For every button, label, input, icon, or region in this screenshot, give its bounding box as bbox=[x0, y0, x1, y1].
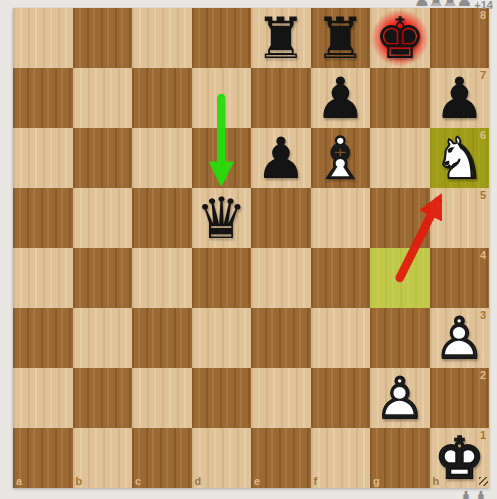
material-advantage: +14 bbox=[474, 0, 493, 11]
rank-label: 7 bbox=[480, 69, 486, 81]
king-icon: ♚ bbox=[370, 8, 430, 68]
pawn-icon: ♙ bbox=[370, 368, 430, 428]
pawn-icon: ♟ bbox=[311, 68, 371, 128]
square-b2[interactable] bbox=[73, 368, 133, 428]
square-h5[interactable]: 5 bbox=[430, 188, 490, 248]
black-queen[interactable]: ♛ bbox=[192, 188, 252, 248]
square-g3[interactable] bbox=[370, 308, 430, 368]
square-e4[interactable] bbox=[251, 248, 311, 308]
square-a7[interactable] bbox=[13, 68, 73, 128]
square-b3[interactable] bbox=[73, 308, 133, 368]
square-b8[interactable] bbox=[73, 8, 133, 68]
file-label: a bbox=[16, 475, 22, 487]
square-a1[interactable]: a bbox=[13, 428, 73, 488]
file-label: e bbox=[254, 475, 260, 487]
file-label: g bbox=[373, 475, 380, 487]
square-h7[interactable]: ♟7 bbox=[430, 68, 490, 128]
pawn-icon: ♟ bbox=[251, 128, 311, 188]
last-move-highlight bbox=[370, 248, 430, 308]
square-f5[interactable] bbox=[311, 188, 371, 248]
rank-label: 3 bbox=[480, 309, 486, 321]
square-d5[interactable]: ♛ bbox=[192, 188, 252, 248]
square-e2[interactable] bbox=[251, 368, 311, 428]
square-b4[interactable] bbox=[73, 248, 133, 308]
black-rook[interactable]: ♜ bbox=[311, 8, 371, 68]
square-a2[interactable] bbox=[13, 368, 73, 428]
square-d7[interactable] bbox=[192, 68, 252, 128]
rank-label: 6 bbox=[480, 129, 486, 141]
square-g7[interactable] bbox=[370, 68, 430, 128]
square-f8[interactable]: ♜ bbox=[311, 8, 371, 68]
square-a5[interactable] bbox=[13, 188, 73, 248]
square-f4[interactable] bbox=[311, 248, 371, 308]
square-h4[interactable]: 4 bbox=[430, 248, 490, 308]
square-a8[interactable] bbox=[13, 8, 73, 68]
file-label: b bbox=[76, 475, 83, 487]
square-a3[interactable] bbox=[13, 308, 73, 368]
square-c5[interactable] bbox=[132, 188, 192, 248]
square-h2[interactable]: 2 bbox=[430, 368, 490, 428]
square-g5[interactable] bbox=[370, 188, 430, 248]
rank-label: 5 bbox=[480, 189, 486, 201]
square-d2[interactable] bbox=[192, 368, 252, 428]
square-d8[interactable] bbox=[192, 8, 252, 68]
square-f7[interactable]: ♟ bbox=[311, 68, 371, 128]
square-b5[interactable] bbox=[73, 188, 133, 248]
square-d1[interactable]: d bbox=[192, 428, 252, 488]
square-f6[interactable]: ♝♗ bbox=[311, 128, 371, 188]
rook-icon: ♜ bbox=[251, 8, 311, 68]
rook-icon: ♜ bbox=[311, 8, 371, 68]
square-g2[interactable]: ♟♙ bbox=[370, 368, 430, 428]
file-label: d bbox=[195, 475, 202, 487]
board-resize-handle[interactable] bbox=[479, 477, 488, 486]
square-g4[interactable] bbox=[370, 248, 430, 308]
square-c1[interactable]: c bbox=[132, 428, 192, 488]
square-c4[interactable] bbox=[132, 248, 192, 308]
square-d6[interactable] bbox=[192, 128, 252, 188]
file-label: f bbox=[314, 475, 318, 487]
file-label: c bbox=[135, 475, 141, 487]
square-f3[interactable] bbox=[311, 308, 371, 368]
rank-label: 4 bbox=[480, 249, 486, 261]
square-d3[interactable] bbox=[192, 308, 252, 368]
square-e5[interactable] bbox=[251, 188, 311, 248]
square-f2[interactable] bbox=[311, 368, 371, 428]
square-b6[interactable] bbox=[73, 128, 133, 188]
square-e3[interactable] bbox=[251, 308, 311, 368]
square-e8[interactable]: ♜ bbox=[251, 8, 311, 68]
square-b1[interactable]: b bbox=[73, 428, 133, 488]
black-pawn[interactable]: ♟ bbox=[251, 128, 311, 188]
black-king[interactable]: ♚ bbox=[370, 8, 430, 68]
black-pawn[interactable]: ♟ bbox=[311, 68, 371, 128]
square-c6[interactable] bbox=[132, 128, 192, 188]
square-c7[interactable] bbox=[132, 68, 192, 128]
captured-pieces-bottom: ♟♟ bbox=[458, 488, 488, 499]
captured-pieces-top: ♟♜♜♟ +14 bbox=[414, 0, 493, 11]
square-c2[interactable] bbox=[132, 368, 192, 428]
square-f1[interactable]: f bbox=[311, 428, 371, 488]
square-h6[interactable]: ♞♘6 bbox=[430, 128, 490, 188]
square-e1[interactable]: e bbox=[251, 428, 311, 488]
bishop-icon: ♗ bbox=[311, 128, 371, 188]
square-g1[interactable]: g bbox=[370, 428, 430, 488]
chess-board[interactable]: ♜♜♚8♟♟7♟♝♗♞♘6♛54♟♙3♟♙2abcdefg♚♔h1 bbox=[13, 8, 489, 488]
square-b7[interactable] bbox=[73, 68, 133, 128]
square-a6[interactable] bbox=[13, 128, 73, 188]
square-c8[interactable] bbox=[132, 8, 192, 68]
square-g8[interactable]: ♚ bbox=[370, 8, 430, 68]
square-e7[interactable] bbox=[251, 68, 311, 128]
rank-label: 1 bbox=[480, 429, 486, 441]
square-a4[interactable] bbox=[13, 248, 73, 308]
black-rook[interactable]: ♜ bbox=[251, 8, 311, 68]
square-h8[interactable]: 8 bbox=[430, 8, 490, 68]
white-pawn[interactable]: ♟♙ bbox=[370, 368, 430, 428]
square-e6[interactable]: ♟ bbox=[251, 128, 311, 188]
square-c3[interactable] bbox=[132, 308, 192, 368]
captured-piece-icons: ♟♜♜♟ bbox=[414, 0, 471, 9]
captured-piece-icons: ♟♟ bbox=[458, 489, 488, 499]
queen-icon: ♛ bbox=[192, 188, 252, 248]
rank-label: 2 bbox=[480, 369, 486, 381]
square-d4[interactable] bbox=[192, 248, 252, 308]
white-bishop[interactable]: ♝♗ bbox=[311, 128, 371, 188]
page: ♟♜♜♟ +14 ♜♜♚8♟♟7♟♝♗♞♘6♛54♟♙3♟♙2abcdefg♚♔… bbox=[0, 0, 497, 499]
square-g6[interactable] bbox=[370, 128, 430, 188]
file-label: h bbox=[433, 475, 440, 487]
square-h3[interactable]: ♟♙3 bbox=[430, 308, 490, 368]
